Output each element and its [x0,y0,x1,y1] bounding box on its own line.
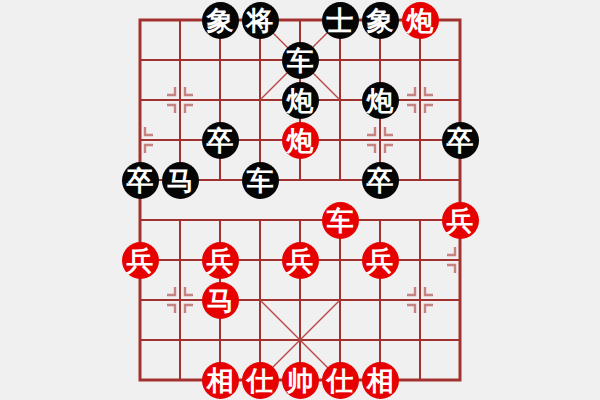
intersection: 车 [320,200,360,240]
intersection [160,280,200,320]
piece-black-soldier[interactable]: 卒 [442,122,479,159]
piece-black-advisor[interactable]: 士 [322,2,359,39]
intersection [160,0,200,40]
intersection [440,40,480,80]
intersection: 卒 [360,160,400,200]
piece-black-soldier[interactable]: 卒 [122,162,159,199]
intersection: 兵 [360,240,400,280]
intersection [400,160,440,200]
intersection: 卒 [120,160,160,200]
intersection [400,40,440,80]
piece-red-advisor[interactable]: 仕 [242,362,279,399]
intersection: 炮 [400,0,440,40]
intersection [440,280,480,320]
piece-red-cannon[interactable]: 炮 [402,2,439,39]
intersection [360,200,400,240]
piece-black-cannon[interactable]: 炮 [282,82,319,119]
intersection [160,240,200,280]
intersection [120,40,160,80]
intersection [160,360,200,400]
intersection [240,200,280,240]
intersection [120,360,160,400]
intersection [440,160,480,200]
piece-red-horse[interactable]: 马 [202,282,239,319]
intersection [120,120,160,160]
intersection [200,80,240,120]
piece-black-horse[interactable]: 马 [162,162,199,199]
piece-red-soldier[interactable]: 兵 [442,202,479,239]
intersection [440,320,480,360]
intersection [320,240,360,280]
piece-black-soldier[interactable]: 卒 [202,122,239,159]
intersection [240,80,280,120]
intersection [440,240,480,280]
intersection: 炮 [360,80,400,120]
intersection: 仕 [240,360,280,400]
intersection [160,120,200,160]
intersection [200,320,240,360]
piece-red-general[interactable]: 帅 [282,362,319,399]
piece-red-soldier[interactable]: 兵 [282,242,319,279]
intersection [400,80,440,120]
intersection [160,320,200,360]
intersection [160,80,200,120]
intersection [400,320,440,360]
intersection: 帅 [280,360,320,400]
xiangqi-board: 象将士象炮车炮炮卒炮卒卒马车卒车兵兵兵兵兵马相仕帅仕相 [0,0,600,400]
piece-red-advisor[interactable]: 仕 [322,362,359,399]
intersection [320,160,360,200]
intersection [400,360,440,400]
intersection [280,200,320,240]
intersection: 车 [240,160,280,200]
piece-red-soldier[interactable]: 兵 [122,242,159,279]
intersection [120,280,160,320]
intersection [320,280,360,320]
piece-black-soldier[interactable]: 卒 [362,162,399,199]
intersection [440,0,480,40]
piece-black-chariot[interactable]: 车 [242,162,279,199]
piece-black-elephant[interactable]: 象 [362,2,399,39]
intersection: 炮 [280,120,320,160]
intersection: 马 [160,160,200,200]
piece-red-soldier[interactable]: 兵 [202,242,239,279]
intersection: 马 [200,280,240,320]
intersection [160,200,200,240]
piece-black-elephant[interactable]: 象 [202,2,239,39]
intersection: 象 [360,0,400,40]
intersection [200,200,240,240]
piece-red-chariot[interactable]: 车 [322,202,359,239]
intersection [120,320,160,360]
intersection [360,280,400,320]
intersection: 车 [280,40,320,80]
intersection [200,160,240,200]
intersection [240,40,280,80]
piece-red-elephant[interactable]: 相 [362,362,399,399]
intersection [200,40,240,80]
intersection [120,200,160,240]
intersection: 卒 [440,120,480,160]
board-intersections: 象将士象炮车炮炮卒炮卒卒马车卒车兵兵兵兵兵马相仕帅仕相 [120,0,480,400]
intersection [360,120,400,160]
intersection: 卒 [200,120,240,160]
intersection [240,240,280,280]
intersection [320,320,360,360]
intersection: 兵 [440,200,480,240]
intersection [120,0,160,40]
piece-black-cannon[interactable]: 炮 [362,82,399,119]
intersection [400,280,440,320]
intersection [400,120,440,160]
intersection [320,120,360,160]
intersection: 象 [200,0,240,40]
intersection [400,240,440,280]
intersection [240,320,280,360]
intersection [440,80,480,120]
intersection [320,80,360,120]
intersection [280,160,320,200]
intersection: 兵 [200,240,240,280]
intersection [160,40,200,80]
intersection [360,40,400,80]
intersection [440,360,480,400]
intersection [120,80,160,120]
intersection [280,0,320,40]
intersection [280,280,320,320]
intersection: 仕 [320,360,360,400]
intersection: 相 [360,360,400,400]
intersection [240,120,280,160]
intersection: 兵 [120,240,160,280]
piece-red-elephant[interactable]: 相 [202,362,239,399]
intersection: 士 [320,0,360,40]
intersection [320,40,360,80]
intersection: 兵 [280,240,320,280]
piece-black-chariot[interactable]: 车 [282,42,319,79]
intersection [280,320,320,360]
intersection [400,200,440,240]
piece-black-general[interactable]: 将 [242,2,279,39]
intersection: 炮 [280,80,320,120]
intersection: 相 [200,360,240,400]
piece-red-cannon[interactable]: 炮 [282,122,319,159]
intersection [360,320,400,360]
intersection: 将 [240,0,280,40]
intersection [240,280,280,320]
piece-red-soldier[interactable]: 兵 [362,242,399,279]
